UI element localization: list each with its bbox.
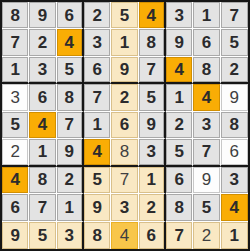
- cell-digit: 3: [202, 116, 211, 133]
- cell-digit: 2: [65, 171, 74, 188]
- cell-r5c3[interactable]: 7: [57, 112, 84, 139]
- cell-digit: 5: [120, 7, 129, 24]
- cell-r8c2[interactable]: 7: [29, 194, 56, 221]
- cell-r1c9[interactable]: 7: [221, 2, 248, 29]
- cell-digit: 7: [120, 171, 129, 188]
- cell-r2c9[interactable]: 5: [221, 29, 248, 56]
- cell-r8c7[interactable]: 8: [166, 194, 193, 221]
- cell-digit: 6: [65, 7, 74, 24]
- cell-digit: 4: [92, 143, 101, 160]
- cell-r7c3[interactable]: 2: [57, 167, 84, 194]
- cell-digit: 8: [10, 7, 19, 24]
- cell-r5c6[interactable]: 9: [139, 112, 166, 139]
- cell-r1c6[interactable]: 4: [139, 2, 166, 29]
- cell-digit: 8: [38, 171, 47, 188]
- cell-r4c7[interactable]: 1: [166, 84, 193, 111]
- cell-digit: 1: [38, 143, 47, 160]
- cell-r7c5[interactable]: 7: [111, 167, 138, 194]
- cell-digit: 9: [147, 116, 156, 133]
- cell-r1c5[interactable]: 5: [111, 2, 138, 29]
- cell-r6c4[interactable]: 4: [84, 139, 111, 166]
- cell-digit: 9: [10, 227, 19, 244]
- cell-digit: 7: [202, 143, 211, 160]
- cell-digit: 2: [230, 61, 239, 78]
- cell-r3c7[interactable]: 4: [166, 57, 193, 84]
- cell-digit: 1: [147, 171, 156, 188]
- cell-r3c4[interactable]: 6: [84, 57, 111, 84]
- cell-digit: 8: [174, 199, 183, 216]
- cell-r9c2[interactable]: 5: [29, 222, 56, 249]
- cell-r4c5[interactable]: 2: [111, 84, 138, 111]
- cell-r3c1[interactable]: 1: [2, 57, 29, 84]
- cell-r7c1[interactable]: 4: [2, 167, 29, 194]
- cell-r1c8[interactable]: 1: [193, 2, 220, 29]
- cell-r2c6[interactable]: 8: [139, 29, 166, 56]
- cell-r9c6[interactable]: 6: [139, 222, 166, 249]
- cell-digit: 5: [202, 199, 211, 216]
- cell-r4c8[interactable]: 4: [193, 84, 220, 111]
- cell-digit: 3: [38, 61, 47, 78]
- cell-digit: 7: [92, 89, 101, 106]
- cell-digit: 2: [147, 199, 156, 216]
- cell-r3c8[interactable]: 8: [193, 57, 220, 84]
- cell-digit: 4: [174, 61, 183, 78]
- cell-digit: 6: [92, 61, 101, 78]
- cell-r5c9[interactable]: 8: [221, 112, 248, 139]
- cell-digit: 7: [65, 116, 74, 133]
- cell-digit: 8: [230, 116, 239, 133]
- cell-digit: 4: [202, 89, 211, 106]
- cell-r5c1[interactable]: 5: [2, 112, 29, 139]
- cell-digit: 6: [202, 34, 211, 51]
- cell-r2c1[interactable]: 7: [2, 29, 29, 56]
- cell-r2c2[interactable]: 2: [29, 29, 56, 56]
- cell-r3c3[interactable]: 5: [57, 57, 84, 84]
- cell-digit: 7: [174, 227, 183, 244]
- cell-r9c3[interactable]: 3: [57, 222, 84, 249]
- cell-digit: 3: [10, 89, 19, 106]
- cell-digit: 2: [92, 7, 101, 24]
- cell-r5c7[interactable]: 2: [166, 112, 193, 139]
- cell-digit: 7: [10, 34, 19, 51]
- cell-r9c9[interactable]: 1: [221, 222, 248, 249]
- cell-r6c8[interactable]: 7: [193, 139, 220, 166]
- cell-digit: 9: [202, 171, 211, 188]
- cell-digit: 2: [174, 116, 183, 133]
- cell-digit: 5: [65, 61, 74, 78]
- cell-r9c5[interactable]: 4: [111, 222, 138, 249]
- cell-digit: 2: [38, 34, 47, 51]
- cell-digit: 5: [147, 89, 156, 106]
- cell-r8c3[interactable]: 1: [57, 194, 84, 221]
- cell-r6c5[interactable]: 8: [111, 139, 138, 166]
- cell-r7c6[interactable]: 1: [139, 167, 166, 194]
- cell-digit: 4: [230, 199, 239, 216]
- cell-r8c6[interactable]: 2: [139, 194, 166, 221]
- cell-r6c3[interactable]: 9: [57, 139, 84, 166]
- cell-r8c9[interactable]: 4: [221, 194, 248, 221]
- cell-r3c9[interactable]: 2: [221, 57, 248, 84]
- cell-digit: 9: [92, 199, 101, 216]
- cell-digit: 9: [120, 61, 129, 78]
- cell-r6c6[interactable]: 3: [139, 139, 166, 166]
- cell-digit: 3: [147, 143, 156, 160]
- cell-digit: 9: [174, 34, 183, 51]
- cell-digit: 1: [120, 34, 129, 51]
- cell-digit: 7: [230, 7, 239, 24]
- cell-digit: 1: [65, 199, 74, 216]
- cell-digit: 3: [230, 171, 239, 188]
- cell-r3c2[interactable]: 3: [29, 57, 56, 84]
- cell-r7c4[interactable]: 5: [84, 167, 111, 194]
- cell-digit: 4: [10, 171, 19, 188]
- cell-digit: 9: [230, 89, 239, 106]
- cell-r1c1[interactable]: 8: [2, 2, 29, 29]
- cell-digit: 9: [65, 143, 74, 160]
- cell-digit: 2: [10, 143, 19, 160]
- cell-digit: 8: [202, 61, 211, 78]
- cell-r7c8[interactable]: 9: [193, 167, 220, 194]
- cell-digit: 2: [202, 227, 211, 244]
- cell-digit: 5: [230, 34, 239, 51]
- cell-r2c5[interactable]: 1: [111, 29, 138, 56]
- cell-r4c3[interactable]: 8: [57, 84, 84, 111]
- cell-r5c5[interactable]: 6: [111, 112, 138, 139]
- cell-r3c6[interactable]: 7: [139, 57, 166, 84]
- cell-digit: 4: [147, 7, 156, 24]
- cell-digit: 4: [120, 227, 129, 244]
- cell-r4c6[interactable]: 5: [139, 84, 166, 111]
- cell-r1c4[interactable]: 2: [84, 2, 111, 29]
- cell-r4c4[interactable]: 7: [84, 84, 111, 111]
- cell-r1c2[interactable]: 9: [29, 2, 56, 29]
- cell-digit: 6: [120, 116, 129, 133]
- cell-r6c2[interactable]: 1: [29, 139, 56, 166]
- cell-r9c1[interactable]: 9: [2, 222, 29, 249]
- cell-r8c1[interactable]: 6: [2, 194, 29, 221]
- cell-digit: 6: [230, 143, 239, 160]
- cell-digit: 9: [38, 7, 47, 24]
- cell-digit: 8: [92, 227, 101, 244]
- cell-r8c8[interactable]: 5: [193, 194, 220, 221]
- cell-r4c9[interactable]: 9: [221, 84, 248, 111]
- cell-digit: 1: [230, 227, 239, 244]
- cell-r3c5[interactable]: 9: [111, 57, 138, 84]
- cell-r2c4[interactable]: 3: [84, 29, 111, 56]
- cell-r2c8[interactable]: 6: [193, 29, 220, 56]
- cell-digit: 8: [147, 34, 156, 51]
- cell-digit: 1: [202, 7, 211, 24]
- cell-r2c7[interactable]: 9: [166, 29, 193, 56]
- cell-digit: 2: [120, 89, 129, 106]
- cell-r9c7[interactable]: 7: [166, 222, 193, 249]
- cell-r4c2[interactable]: 6: [29, 84, 56, 111]
- cell-digit: 5: [174, 143, 183, 160]
- cell-digit: 3: [92, 34, 101, 51]
- cell-r8c4[interactable]: 9: [84, 194, 111, 221]
- cell-digit: 3: [120, 199, 129, 216]
- cell-r6c7[interactable]: 5: [166, 139, 193, 166]
- cell-r5c2[interactable]: 4: [29, 112, 56, 139]
- cell-digit: 8: [65, 89, 74, 106]
- cell-r7c2[interactable]: 8: [29, 167, 56, 194]
- cell-r2c3[interactable]: 4: [57, 29, 84, 56]
- cell-digit: 3: [65, 227, 74, 244]
- cell-digit: 5: [10, 116, 19, 133]
- cell-digit: 4: [65, 34, 74, 51]
- cell-digit: 5: [92, 171, 101, 188]
- cell-r8c5[interactable]: 3: [111, 194, 138, 221]
- cell-digit: 1: [92, 116, 101, 133]
- cell-digit: 6: [10, 199, 19, 216]
- cell-r1c3[interactable]: 6: [57, 2, 84, 29]
- cell-digit: 6: [147, 227, 156, 244]
- cell-digit: 5: [38, 227, 47, 244]
- cell-digit: 7: [147, 61, 156, 78]
- sudoku-board: 8962543177243189651356974823687251495471…: [0, 0, 250, 251]
- cell-r5c8[interactable]: 3: [193, 112, 220, 139]
- cell-r4c1[interactable]: 3: [2, 84, 29, 111]
- cell-digit: 8: [120, 143, 129, 160]
- cell-digit: 1: [174, 89, 183, 106]
- cell-r7c9[interactable]: 3: [221, 167, 248, 194]
- cell-digit: 6: [174, 171, 183, 188]
- cell-digit: 3: [174, 7, 183, 24]
- cell-r6c9[interactable]: 6: [221, 139, 248, 166]
- cell-r1c7[interactable]: 3: [166, 2, 193, 29]
- cell-digit: 4: [38, 116, 47, 133]
- cell-digit: 1: [10, 61, 19, 78]
- cell-digit: 6: [38, 89, 47, 106]
- cell-r9c4[interactable]: 8: [84, 222, 111, 249]
- cell-r5c4[interactable]: 1: [84, 112, 111, 139]
- cell-r9c8[interactable]: 2: [193, 222, 220, 249]
- cell-r6c1[interactable]: 2: [2, 139, 29, 166]
- cell-r7c7[interactable]: 6: [166, 167, 193, 194]
- cell-digit: 7: [38, 199, 47, 216]
